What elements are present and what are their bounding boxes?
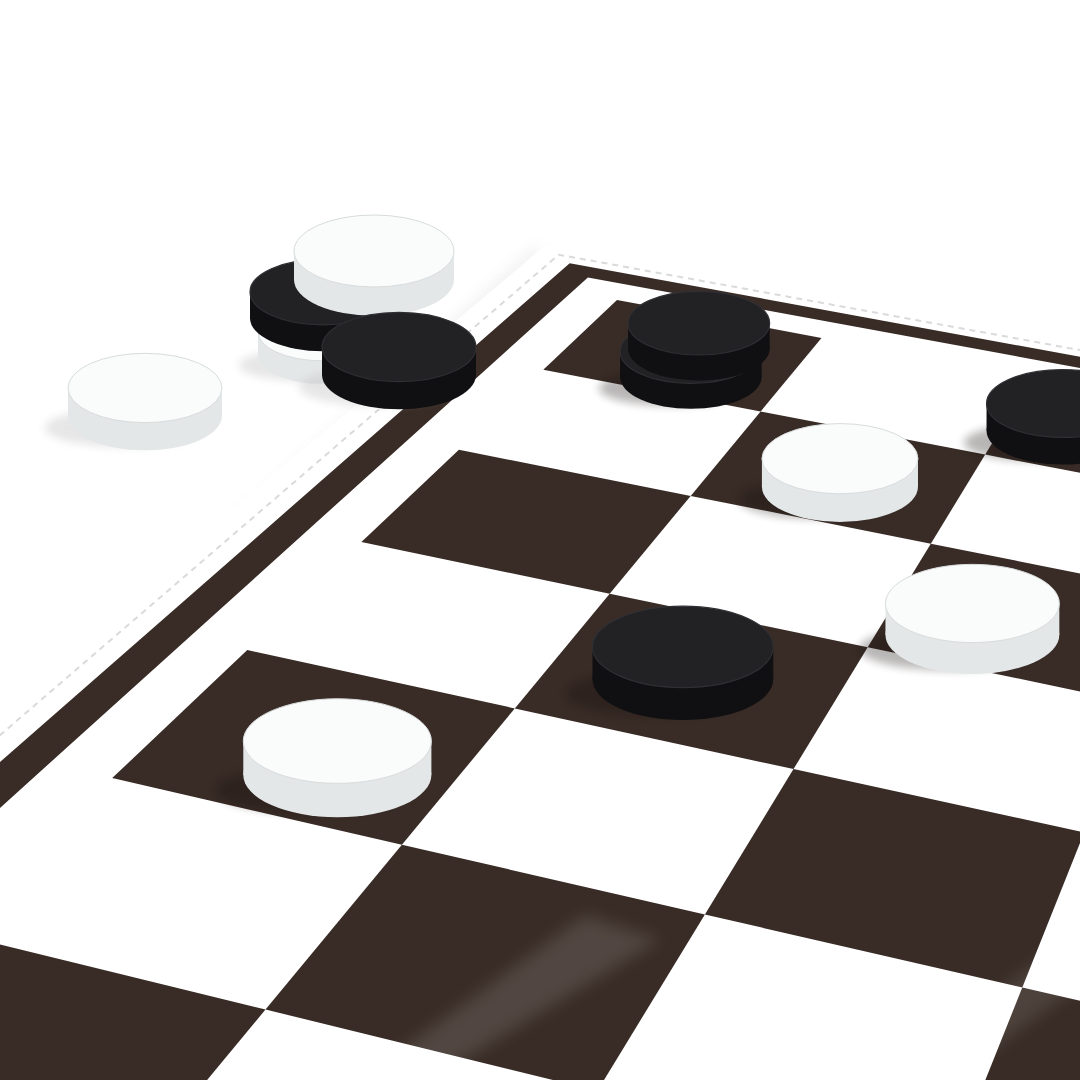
disc-top	[243, 699, 431, 784]
offboard-checker-white-3[interactable]	[294, 215, 454, 316]
checker-black-stack-top-c0r0[interactable]	[628, 291, 770, 380]
photo-scene	[0, 0, 1080, 1080]
checkers-board-photo	[0, 0, 1080, 1080]
disc-top	[885, 564, 1059, 642]
